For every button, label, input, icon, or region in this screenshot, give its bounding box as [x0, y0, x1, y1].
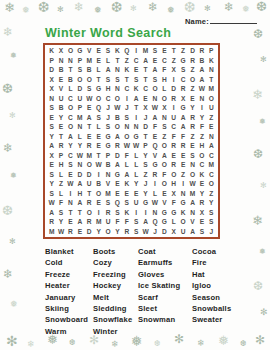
grid-cell: O	[66, 46, 75, 56]
grid-cell: E	[178, 160, 187, 170]
snowflake-icon: ❄	[197, 339, 205, 348]
grid-cell: G	[103, 141, 112, 151]
grid-cell: O	[75, 75, 84, 85]
grid-cell: X	[56, 46, 65, 56]
grid-cell: F	[160, 65, 169, 75]
grid-cell: A	[141, 217, 150, 227]
grid-cell: R	[122, 227, 131, 237]
grid-cell: Q	[150, 141, 159, 151]
grid-cell: L	[150, 189, 159, 199]
grid-cell: T	[66, 208, 75, 218]
grid-cell: A	[75, 217, 84, 227]
grid-cell: W	[75, 151, 84, 161]
grid-cell: E	[94, 56, 103, 66]
grid-cell: H	[75, 189, 84, 199]
grid-cell: K	[207, 56, 216, 66]
grid-cell: G	[178, 103, 187, 113]
grid-cell: N	[113, 65, 122, 75]
name-label: Name:	[185, 17, 209, 26]
grid-cell: E	[150, 56, 159, 66]
word-bank-item: Cozy	[93, 257, 132, 268]
grid-cell: U	[56, 94, 65, 104]
grid-cell: I	[122, 94, 131, 104]
grid-cell: A	[47, 141, 56, 151]
snowflake-icon: ❅	[259, 248, 266, 256]
grid-cell: E	[85, 103, 94, 113]
grid-cell: F	[169, 198, 178, 208]
grid-cell: R	[197, 46, 206, 56]
snowflake-icon: ❅	[131, 334, 143, 348]
grid-cell: N	[122, 122, 131, 132]
grid-cell: L	[94, 65, 103, 75]
grid-cell: S	[178, 65, 187, 75]
grid-cell: Z	[197, 132, 206, 142]
grid-cell: Q	[122, 46, 131, 56]
grid-cell: I	[178, 179, 187, 189]
snowflake-icon: ❅	[218, 334, 229, 347]
grid-cell: S	[47, 170, 56, 180]
grid-cell: R	[85, 198, 94, 208]
grid-cell: R	[169, 94, 178, 104]
grid-cell: B	[85, 65, 94, 75]
grid-cell: K	[113, 46, 122, 56]
snowflake-icon: ❆	[38, 0, 50, 14]
grid-cell: O	[197, 151, 206, 161]
grid-cell: A	[103, 65, 112, 75]
grid-cell: A	[178, 122, 187, 132]
grid-cell: R	[85, 217, 94, 227]
grid-cell: F	[113, 217, 122, 227]
grid-cell: A	[150, 65, 159, 75]
grid-cell: N	[197, 94, 206, 104]
grid-cell: M	[85, 56, 94, 66]
grid-cell: O	[160, 94, 169, 104]
snowflake-icon: ❄	[27, 340, 35, 349]
word-bank-item: Warm	[45, 326, 88, 337]
grid-cell: S	[94, 113, 103, 123]
grid-cell: C	[66, 151, 75, 161]
grid-cell: N	[75, 122, 84, 132]
grid-cell: H	[103, 84, 112, 94]
grid-cell: J	[141, 113, 150, 123]
word-bank-item: Freezing	[93, 269, 132, 280]
grid-cell: T	[141, 65, 150, 75]
grid-cell: E	[66, 170, 75, 180]
grid-cell: W	[197, 84, 206, 94]
word-bank-item: January	[45, 292, 88, 303]
grid-cell: T	[85, 122, 94, 132]
snowflake-icon: ❄	[111, 340, 119, 349]
snowflake-icon: ❄	[74, 1, 84, 13]
word-bank-item: Sledding	[93, 303, 132, 314]
grid-cell: M	[103, 189, 112, 199]
grid-cell: Z	[141, 170, 150, 180]
grid-cell: A	[141, 56, 150, 66]
grid-cell: G	[178, 56, 187, 66]
word-bank-item: Boots	[93, 246, 132, 257]
grid-cell: Y	[94, 227, 103, 237]
grid-cell: E	[113, 189, 122, 199]
grid-cell: I	[150, 179, 159, 189]
word-bank-item: Snowman	[138, 314, 180, 325]
grid-cell: E	[178, 151, 187, 161]
grid-cell: S	[122, 113, 131, 123]
grid-cell: E	[197, 217, 206, 227]
grid-cell: J	[122, 103, 131, 113]
grid-cell: E	[66, 217, 75, 227]
grid-cell: C	[66, 113, 75, 123]
grid-cell: C	[197, 160, 206, 170]
grid-cell: E	[47, 160, 56, 170]
word-bank-item: Ice Skating	[138, 280, 180, 291]
grid-cell: N	[56, 56, 65, 66]
grid-cell: S	[150, 75, 159, 85]
grid-cell: M	[47, 227, 56, 237]
snowflake-icon: ❄	[3, 142, 13, 154]
grid-cell: K	[132, 84, 141, 94]
grid-cell: S	[56, 208, 65, 218]
grid-cell: O	[188, 170, 197, 180]
grid-cell: Z	[56, 179, 65, 189]
grid-cell: D	[47, 65, 56, 75]
snowflake-icon: ❄	[3, 268, 13, 280]
grid-cell: D	[113, 151, 122, 161]
snowflake-icon: ✻	[9, 238, 16, 246]
grid-cell: A	[188, 227, 197, 237]
grid-cell: S	[66, 160, 75, 170]
word-bank-item: Sweater	[192, 314, 231, 325]
snowflake-icon: ✻	[9, 112, 16, 120]
grid-cell: M	[207, 160, 216, 170]
grid-cell: S	[47, 122, 56, 132]
grid-cell: X	[141, 103, 150, 113]
grid-cell: Y	[132, 179, 141, 189]
grid-cell: U	[207, 103, 216, 113]
snowflake-icon: ❅	[167, 6, 175, 15]
word-bank-item: Scarf	[138, 292, 180, 303]
grid-cell: W	[188, 179, 197, 189]
grid-cell: L	[103, 56, 112, 66]
grid-cell: A	[75, 198, 84, 208]
grid-cell: V	[56, 84, 65, 94]
grid-cell: P	[56, 151, 65, 161]
grid-cell: G	[141, 198, 150, 208]
grid-cell: K	[178, 208, 187, 218]
word-bank-item: Cocoa	[192, 246, 231, 257]
grid-cell: U	[85, 179, 94, 189]
snowflake-icon: ❆	[111, 0, 123, 14]
grid-cell: O	[103, 227, 112, 237]
word-bank-item: Igloo	[192, 280, 231, 291]
grid-cell: V	[160, 198, 169, 208]
grid-cell: T	[207, 75, 216, 85]
grid-cell: L	[160, 84, 169, 94]
grid-cell: O	[66, 122, 75, 132]
grid-cell: X	[47, 84, 56, 94]
grid-cell: W	[141, 227, 150, 237]
grid-cell: C	[141, 84, 150, 94]
grid-cell: F	[169, 132, 178, 142]
word-bank-item: Heater	[45, 280, 88, 291]
grid-cell: P	[207, 46, 216, 56]
grid-cell: A	[197, 75, 206, 85]
snowflake-icon: ❄	[252, 88, 263, 101]
grid-cell: H	[197, 141, 206, 151]
snowflake-icon: ❆	[2, 82, 13, 95]
snowflake-icon: ❆	[253, 148, 263, 160]
grid-cell: F	[160, 170, 169, 180]
grid-cell: S	[150, 46, 159, 56]
grid-cell: J	[207, 227, 216, 237]
grid-cell: Z	[188, 132, 197, 142]
grid-cell: O	[160, 160, 169, 170]
grid-cell: X	[47, 75, 56, 85]
grid-cell: O	[94, 189, 103, 199]
grid-cell: N	[178, 189, 187, 199]
grid-cell: S	[85, 84, 94, 94]
grid-cell: N	[207, 132, 216, 142]
grid-cell: O	[66, 103, 75, 113]
grid-cell: W	[47, 198, 56, 208]
grid-cell: C	[178, 75, 187, 85]
grid-cell: W	[66, 179, 75, 189]
grid-cell: K	[122, 208, 131, 218]
grid-cell: L	[94, 122, 103, 132]
grid-cell: V	[188, 217, 197, 227]
grid-cell: C	[160, 56, 169, 66]
grid-cell: O	[160, 141, 169, 151]
grid-cell: E	[169, 151, 178, 161]
grid-cell: L	[75, 132, 84, 142]
snowflake-icon: ❆	[253, 28, 263, 40]
grid-cell: A	[113, 160, 122, 170]
grid-cell: W	[94, 160, 103, 170]
snowflake-icon: ❄	[3, 26, 13, 38]
grid-cell: R	[56, 141, 65, 151]
grid-cell: S	[103, 198, 112, 208]
grid-cell: G	[103, 132, 112, 142]
word-bank-column: BlanketColdFreezeHeaterJanuarySkiingSnow…	[45, 246, 88, 337]
grid-cell: E	[113, 179, 122, 189]
grid-cell: X	[169, 65, 178, 75]
grid-cell: R	[85, 141, 94, 151]
grid-cell: G	[150, 160, 159, 170]
word-bank-item: Snowboard	[45, 314, 88, 325]
word-bank-item: Melt	[93, 292, 132, 303]
grid-cell: P	[75, 56, 84, 66]
grid-cell: K	[197, 170, 206, 180]
grid-cell: T	[94, 151, 103, 161]
grid-cell: V	[85, 46, 94, 56]
snowflake-icon: ✻	[260, 56, 267, 64]
grid-cell: Z	[122, 56, 131, 66]
grid-cell: J	[141, 179, 150, 189]
snowflake-icon: ✻	[57, 6, 64, 14]
grid-cell: E	[94, 198, 103, 208]
grid-cell: A	[188, 198, 197, 208]
snowflake-icon: ❆	[154, 340, 161, 348]
grid-cell: P	[47, 56, 56, 66]
snowflake-icon: ❆	[69, 339, 76, 347]
snowflake-icon: ✻	[260, 308, 268, 317]
grid-cell: S	[122, 198, 131, 208]
grid-cell: R	[178, 141, 187, 151]
grid-cell: T	[122, 75, 131, 85]
grid-cell: I	[141, 208, 150, 218]
grid-cell: E	[160, 189, 169, 199]
grid-cell: T	[56, 132, 65, 142]
grid-cell: J	[150, 227, 159, 237]
grid-cell: A	[178, 113, 187, 123]
grid-cell: B	[94, 179, 103, 189]
grid-cell: G	[132, 132, 141, 142]
grid-cell: L	[132, 170, 141, 180]
grid-cell: O	[122, 132, 131, 142]
grid-cell: M	[141, 46, 150, 56]
grid-cell: S	[113, 208, 122, 218]
grid-cell: K	[122, 65, 131, 75]
grid-cell: U	[178, 227, 187, 237]
grid-cell: O	[150, 84, 159, 94]
grid-cell: X	[47, 151, 56, 161]
grid-cell: U	[169, 113, 178, 123]
grid-cell: I	[94, 208, 103, 218]
grid-cell: J	[103, 113, 112, 123]
grid-cell: A	[160, 151, 169, 161]
grid-cell: R	[169, 141, 178, 151]
grid-cell: C	[122, 84, 131, 94]
grid-cell: Z	[188, 65, 197, 75]
grid-cell: C	[169, 122, 178, 132]
grid-cell: L	[132, 151, 141, 161]
grid-cell: D	[85, 227, 94, 237]
word-bank-item: Snowballs	[192, 303, 231, 314]
grid-cell: S	[132, 75, 141, 85]
grid-cell: Z	[178, 46, 187, 56]
grid-cell: M	[207, 84, 216, 94]
grid-cell: N	[66, 56, 75, 66]
grid-cell: G	[160, 217, 169, 227]
grid-cell: B	[56, 103, 65, 113]
grid-cell: M	[188, 189, 197, 199]
grid-cell: S	[75, 65, 84, 75]
word-bank-item: Snowflake	[93, 314, 132, 325]
grid-cell: S	[132, 227, 141, 237]
grid-cell: T	[66, 65, 75, 75]
grid-cell: C	[132, 56, 141, 66]
grid-cell: O	[207, 179, 216, 189]
grid-cell: T	[94, 75, 103, 85]
grid-cell: N	[66, 198, 75, 208]
word-bank-item: Freeze	[45, 269, 88, 280]
grid-cell: A	[47, 208, 56, 218]
grid-cell: D	[75, 84, 84, 94]
grid-cell: S	[47, 189, 56, 199]
grid-cell: R	[103, 208, 112, 218]
snowflake-icon: ❆	[240, 340, 247, 348]
grid-cell: W	[113, 103, 122, 113]
grid-cell: S	[132, 217, 141, 227]
grid-cell: N	[160, 113, 169, 123]
grid-cell: T	[113, 56, 122, 66]
snowflake-icon: ✻	[260, 182, 267, 190]
snowflake-icon: ✻	[6, 334, 18, 348]
grid-cell: H	[56, 160, 65, 170]
grid-cell: U	[103, 217, 112, 227]
grid-cell: E	[94, 141, 103, 151]
grid-cell: U	[132, 198, 141, 208]
snowflake-icon: ❄	[252, 214, 263, 227]
grid-cell: Y	[197, 189, 206, 199]
grid-cell: D	[188, 46, 197, 56]
grid-cell: G	[160, 208, 169, 218]
snowflake-icon: ❆	[253, 280, 263, 292]
snowflake-icon: ❅	[94, 6, 102, 15]
grid-cell: O	[85, 160, 94, 170]
grid-cell: A	[85, 113, 94, 123]
grid-cell: C	[207, 151, 216, 161]
grid-cell: O	[85, 75, 94, 85]
grid-cell: A	[197, 65, 206, 75]
grid-cell: G	[94, 84, 103, 94]
page-title: Winter Word Search	[45, 26, 171, 40]
grid-cell: T	[169, 46, 178, 56]
grid-cell: L	[66, 84, 75, 94]
grid-cell: S	[207, 217, 216, 227]
grid-cell: D	[75, 170, 84, 180]
grid-cell: P	[141, 141, 150, 151]
grid-cell: N	[103, 170, 112, 180]
grid-cell: Y	[188, 103, 197, 113]
grid-cell: Y	[56, 113, 65, 123]
grid-cell: I	[132, 208, 141, 218]
grid-cell: F	[56, 198, 65, 208]
grid-cell: E	[94, 46, 103, 56]
snowflake-icon: ❅	[10, 300, 18, 309]
worksheet-page: ❄❅❆✻❄❅❆✻❄❅❆✻❄❅❆✻❄❅❆✻❄❅❆✻❄❅❆✻❄❅❆✻❄❅❆✻❄❅❆✻…	[0, 0, 270, 350]
grid-cell: Y	[207, 198, 216, 208]
grid-cell: A	[207, 141, 216, 151]
snowflake-icon: ❄	[4, 1, 15, 14]
grid-cell: R	[197, 198, 206, 208]
grid-cell: T	[141, 75, 150, 85]
snowflake-icon: ❄	[148, 1, 158, 13]
grid-cell: Y	[66, 141, 75, 151]
grid-cell: A	[75, 179, 84, 189]
grid-cell: A	[113, 132, 122, 142]
name-field: Name:	[185, 16, 257, 26]
grid-cell: F	[122, 151, 131, 161]
grid-cell: E	[56, 122, 65, 132]
snowflake-icon: ❅	[10, 172, 17, 180]
word-bank-item: Winter	[93, 326, 132, 337]
grid-cell: Q	[150, 217, 159, 227]
word-bank-item: Hat	[192, 269, 231, 280]
word-bank-item: Skiing	[45, 303, 88, 314]
grid-cell: T	[85, 189, 94, 199]
grid-cell: L	[122, 160, 131, 170]
word-bank-item: Blanket	[45, 246, 88, 257]
grid-cell: O	[188, 75, 197, 85]
grid-cell: N	[75, 160, 84, 170]
word-bank-item: Fire	[192, 257, 231, 268]
grid-cell: O	[85, 208, 94, 218]
grid-cell: E	[197, 179, 206, 189]
grid-cell: M	[75, 113, 84, 123]
word-bank-item: Coat	[138, 246, 180, 257]
grid-cell: C	[207, 170, 216, 180]
snowflake-icon: ✻	[255, 334, 265, 346]
